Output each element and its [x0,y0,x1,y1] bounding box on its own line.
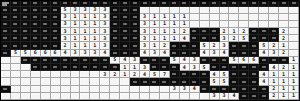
revealed-number-tile[interactable]: 4 [190,86,200,93]
revealed-blank-tile[interactable] [51,86,61,93]
closed-tile[interactable] [90,64,100,71]
revealed-number-tile[interactable]: 4 [259,78,269,85]
closed-tile[interactable] [51,42,61,49]
closed-tile[interactable] [120,50,130,57]
revealed-blank-tile[interactable] [1,78,11,85]
revealed-blank-tile[interactable] [90,93,100,100]
revealed-number-tile[interactable]: 3 [140,28,150,35]
revealed-blank-tile[interactable] [200,93,210,100]
closed-tile[interactable] [41,42,51,49]
revealed-number-tile[interactable]: 1 [289,64,299,71]
closed-tile[interactable] [31,64,41,71]
closed-tile[interactable] [51,14,61,21]
closed-tile[interactable] [210,57,220,64]
revealed-number-tile[interactable]: 6 [249,57,259,64]
closed-tile[interactable] [190,78,200,85]
revealed-blank-tile[interactable] [61,78,71,85]
closed-tile[interactable] [41,28,51,35]
revealed-number-tile[interactable]: 2 [229,35,239,42]
revealed-blank-tile[interactable] [51,78,61,85]
revealed-number-tile[interactable]: 4 [180,64,190,71]
closed-tile[interactable] [21,28,31,35]
revealed-number-tile[interactable]: 3 [140,42,150,49]
revealed-blank-tile[interactable] [21,64,31,71]
revealed-number-tile[interactable]: 3 [269,50,279,57]
revealed-blank-tile[interactable] [80,78,90,85]
revealed-blank-tile[interactable] [229,14,239,21]
closed-tile[interactable] [200,35,210,42]
revealed-blank-tile[interactable] [100,93,110,100]
closed-tile[interactable] [170,71,180,78]
closed-tile[interactable] [120,14,130,21]
closed-tile[interactable] [150,78,160,85]
revealed-blank-tile[interactable] [180,7,190,14]
revealed-number-tile[interactable]: 3 [210,50,220,57]
revealed-number-tile[interactable]: 5 [239,35,249,42]
closed-tile[interactable] [130,35,140,42]
revealed-blank-tile[interactable] [130,93,140,100]
revealed-blank-tile[interactable] [31,93,41,100]
revealed-number-tile[interactable]: 5 [11,50,21,57]
revealed-number-tile[interactable]: 4 [100,50,110,57]
revealed-blank-tile[interactable] [200,7,210,14]
revealed-blank-tile[interactable] [289,50,299,57]
closed-tile[interactable] [41,64,51,71]
revealed-blank-tile[interactable] [71,78,81,85]
revealed-number-tile[interactable]: 1 [71,14,81,21]
closed-tile[interactable] [21,7,31,14]
revealed-number-tile[interactable]: 5 [21,50,31,57]
revealed-blank-tile[interactable] [21,93,31,100]
closed-tile[interactable] [21,21,31,28]
revealed-number-tile[interactable]: 1 [90,14,100,21]
revealed-blank-tile[interactable] [200,14,210,21]
closed-tile[interactable] [180,78,190,85]
revealed-number-tile[interactable]: 2 [279,64,289,71]
revealed-number-tile[interactable]: 3 [130,57,140,64]
closed-tile[interactable] [110,50,120,57]
closed-tile[interactable] [210,86,220,93]
closed-tile[interactable] [51,28,61,35]
revealed-blank-tile[interactable] [249,7,259,14]
revealed-number-tile[interactable]: 3 [140,21,150,28]
revealed-number-tile[interactable]: 1 [130,64,140,71]
revealed-blank-tile[interactable] [41,93,51,100]
revealed-number-tile[interactable]: 3 [210,93,220,100]
revealed-blank-tile[interactable] [120,93,130,100]
closed-tile[interactable] [269,35,279,42]
closed-tile[interactable] [130,14,140,21]
closed-tile[interactable] [239,64,249,71]
revealed-blank-tile[interactable] [61,86,71,93]
revealed-blank-tile[interactable] [180,93,190,100]
closed-tile[interactable] [21,42,31,49]
revealed-number-tile[interactable]: 1 [279,78,289,85]
closed-tile[interactable] [229,78,239,85]
closed-tile[interactable] [1,35,11,42]
closed-tile[interactable] [249,64,259,71]
closed-tile[interactable] [249,35,259,42]
revealed-number-tile[interactable]: 5 [61,7,71,14]
revealed-blank-tile[interactable] [100,86,110,93]
revealed-blank-tile[interactable] [11,57,21,64]
closed-tile[interactable] [160,57,170,64]
revealed-blank-tile[interactable] [269,14,279,21]
revealed-number-tile[interactable]: 3 [71,50,81,57]
closed-tile[interactable] [269,28,279,35]
revealed-number-tile[interactable]: 4 [140,71,150,78]
closed-tile[interactable] [210,28,220,35]
revealed-blank-tile[interactable] [110,86,120,93]
revealed-number-tile[interactable]: 1 [269,78,279,85]
closed-tile[interactable] [229,86,239,93]
revealed-blank-tile[interactable] [31,78,41,85]
closed-tile[interactable] [170,78,180,85]
closed-tile[interactable] [160,64,170,71]
revealed-blank-tile[interactable] [150,86,160,93]
revealed-blank-tile[interactable] [289,42,299,49]
revealed-blank-tile[interactable] [289,14,299,21]
revealed-number-tile[interactable]: 4 [140,50,150,57]
closed-tile[interactable] [110,21,120,28]
closed-tile[interactable] [249,93,259,100]
closed-tile[interactable] [11,7,21,14]
revealed-blank-tile[interactable] [61,71,71,78]
revealed-blank-tile[interactable] [249,21,259,28]
revealed-number-tile[interactable]: 3 [90,7,100,14]
revealed-number-tile[interactable]: 1 [90,35,100,42]
revealed-number-tile[interactable]: 4 [259,71,269,78]
revealed-number-tile[interactable]: 5 [150,71,160,78]
revealed-number-tile[interactable]: 1 [269,71,279,78]
closed-tile[interactable] [239,93,249,100]
revealed-number-tile[interactable]: 1 [279,71,289,78]
closed-tile[interactable] [21,35,31,42]
closed-tile[interactable] [279,57,289,64]
revealed-blank-tile[interactable] [71,71,81,78]
revealed-number-tile[interactable]: 1 [279,42,289,49]
revealed-blank-tile[interactable] [220,7,230,14]
closed-tile[interactable] [170,64,180,71]
closed-tile[interactable] [150,64,160,71]
revealed-number-tile[interactable]: 3 [100,14,110,21]
closed-tile[interactable] [100,57,110,64]
revealed-blank-tile[interactable] [239,21,249,28]
revealed-blank-tile[interactable] [249,14,259,21]
closed-tile[interactable] [200,71,210,78]
closed-tile[interactable] [110,7,120,14]
revealed-blank-tile[interactable] [289,7,299,14]
revealed-number-tile[interactable]: 1 [160,21,170,28]
closed-tile[interactable] [170,42,180,49]
closed-tile[interactable] [1,14,11,21]
closed-tile[interactable] [180,50,190,57]
revealed-blank-tile[interactable] [130,86,140,93]
revealed-number-tile[interactable]: 3 [100,21,110,28]
revealed-number-tile[interactable]: 1 [289,78,299,85]
closed-tile[interactable] [110,35,120,42]
revealed-blank-tile[interactable] [190,7,200,14]
revealed-number-tile[interactable]: 4 [61,50,71,57]
revealed-blank-tile[interactable] [41,71,51,78]
revealed-blank-tile[interactable] [31,71,41,78]
revealed-number-tile[interactable]: 1 [80,42,90,49]
revealed-number-tile[interactable]: 1 [71,35,81,42]
closed-tile[interactable] [259,35,269,42]
revealed-blank-tile[interactable] [210,7,220,14]
revealed-number-tile[interactable]: 2 [269,86,279,93]
closed-tile[interactable] [110,64,120,71]
revealed-number-tile[interactable]: 4 [229,93,239,100]
closed-tile[interactable] [51,21,61,28]
revealed-blank-tile[interactable] [41,78,51,85]
revealed-blank-tile[interactable] [190,93,200,100]
closed-tile[interactable] [210,64,220,71]
revealed-number-tile[interactable]: 3 [100,7,110,14]
revealed-number-tile[interactable]: 6 [31,50,41,57]
closed-tile[interactable] [120,28,130,35]
revealed-blank-tile[interactable] [31,86,41,93]
closed-tile[interactable] [259,57,269,64]
revealed-number-tile[interactable]: 1 [150,35,160,42]
closed-tile[interactable] [239,86,249,93]
closed-tile[interactable] [1,7,11,14]
revealed-number-tile[interactable]: 1 [150,28,160,35]
closed-tile[interactable] [11,21,21,28]
revealed-blank-tile[interactable] [239,7,249,14]
closed-tile[interactable] [200,78,210,85]
closed-tile[interactable] [51,57,61,64]
closed-tile[interactable] [11,28,21,35]
revealed-blank-tile[interactable] [170,93,180,100]
revealed-number-tile[interactable]: 1 [90,28,100,35]
closed-tile[interactable] [61,57,71,64]
closed-tile[interactable] [180,71,190,78]
revealed-blank-tile[interactable] [259,7,269,14]
revealed-number-tile[interactable]: 2 [269,42,279,49]
revealed-number-tile[interactable]: 5 [229,57,239,64]
revealed-number-tile[interactable]: 1 [229,28,239,35]
closed-tile[interactable] [31,35,41,42]
revealed-blank-tile[interactable] [51,93,61,100]
closed-tile[interactable] [220,86,230,93]
revealed-blank-tile[interactable] [90,86,100,93]
revealed-number-tile[interactable]: 1 [150,42,160,49]
revealed-blank-tile[interactable] [71,86,81,93]
closed-tile[interactable] [120,7,130,14]
closed-tile[interactable] [11,14,21,21]
revealed-blank-tile[interactable] [200,21,210,28]
revealed-blank-tile[interactable] [160,93,170,100]
revealed-blank-tile[interactable] [289,28,299,35]
closed-tile[interactable] [1,50,11,57]
revealed-number-tile[interactable]: 3 [100,35,110,42]
closed-tile[interactable] [80,64,90,71]
revealed-blank-tile[interactable] [110,93,120,100]
closed-tile[interactable] [11,42,21,49]
closed-tile[interactable] [110,42,120,49]
revealed-blank-tile[interactable] [120,78,130,85]
revealed-blank-tile[interactable] [170,7,180,14]
revealed-number-tile[interactable]: 3 [100,28,110,35]
revealed-number-tile[interactable]: 2 [279,50,289,57]
closed-tile[interactable] [1,86,11,93]
revealed-blank-tile[interactable] [259,21,269,28]
closed-tile[interactable] [200,86,210,93]
closed-tile[interactable] [170,50,180,57]
closed-tile[interactable] [190,42,200,49]
revealed-blank-tile[interactable] [220,21,230,28]
revealed-number-tile[interactable]: 1 [160,28,170,35]
revealed-number-tile[interactable]: 1 [180,14,190,21]
closed-tile[interactable] [41,57,51,64]
revealed-number-tile[interactable]: 5 [259,42,269,49]
closed-tile[interactable] [190,28,200,35]
revealed-number-tile[interactable]: 6 [51,50,61,57]
revealed-number-tile[interactable]: 1 [289,71,299,78]
revealed-blank-tile[interactable] [110,78,120,85]
closed-tile[interactable] [51,7,61,14]
closed-tile[interactable] [140,57,150,64]
revealed-number-tile[interactable]: 2 [220,28,230,35]
closed-tile[interactable] [150,57,160,64]
revealed-number-tile[interactable]: 3 [71,7,81,14]
revealed-blank-tile[interactable] [11,71,21,78]
closed-tile[interactable] [41,7,51,14]
closed-tile[interactable] [140,78,150,85]
closed-tile[interactable] [180,42,190,49]
revealed-number-tile[interactable]: 3 [80,50,90,57]
closed-tile[interactable] [61,64,71,71]
revealed-number-tile[interactable]: 4 [220,50,230,57]
closed-tile[interactable] [41,14,51,21]
closed-tile[interactable] [220,64,230,71]
revealed-number-tile[interactable]: 1 [279,93,289,100]
revealed-number-tile[interactable]: 4 [160,50,170,57]
closed-tile[interactable] [239,78,249,85]
revealed-blank-tile[interactable] [1,64,11,71]
revealed-number-tile[interactable]: 3 [61,14,71,21]
revealed-blank-tile[interactable] [11,93,21,100]
revealed-number-tile[interactable]: 5 [220,78,230,85]
closed-tile[interactable] [229,64,239,71]
revealed-number-tile[interactable]: 1 [170,35,180,42]
revealed-blank-tile[interactable] [239,14,249,21]
closed-tile[interactable] [1,42,11,49]
revealed-number-tile[interactable]: 1 [170,14,180,21]
revealed-number-tile[interactable]: 3 [80,7,90,14]
closed-tile[interactable] [130,78,140,85]
revealed-blank-tile[interactable] [1,93,11,100]
revealed-number-tile[interactable]: 1 [160,14,170,21]
closed-tile[interactable] [31,57,41,64]
closed-tile[interactable] [51,64,61,71]
revealed-blank-tile[interactable] [11,78,21,85]
revealed-blank-tile[interactable] [100,78,110,85]
closed-tile[interactable] [110,14,120,21]
revealed-blank-tile[interactable] [140,86,150,93]
closed-tile[interactable] [31,14,41,21]
revealed-number-tile[interactable]: 1 [289,57,299,64]
revealed-number-tile[interactable]: 5 [200,42,210,49]
closed-tile[interactable] [249,71,259,78]
revealed-number-tile[interactable]: 3 [61,35,71,42]
revealed-number-tile[interactable]: 2 [61,42,71,49]
revealed-blank-tile[interactable] [210,21,220,28]
revealed-number-tile[interactable]: 6 [41,50,51,57]
revealed-number-tile[interactable]: 3 [190,57,200,64]
revealed-number-tile[interactable]: 1 [279,86,289,93]
closed-tile[interactable] [41,21,51,28]
revealed-number-tile[interactable]: 3 [150,50,160,57]
closed-tile[interactable] [80,57,90,64]
revealed-blank-tile[interactable] [269,7,279,14]
revealed-blank-tile[interactable] [21,86,31,93]
closed-tile[interactable] [160,78,170,85]
revealed-number-tile[interactable]: 4 [180,35,190,42]
revealed-number-tile[interactable]: 1 [150,21,160,28]
closed-tile[interactable] [100,64,110,71]
closed-tile[interactable] [31,28,41,35]
revealed-number-tile[interactable]: 3 [180,86,190,93]
revealed-number-tile[interactable]: 5 [110,57,120,64]
revealed-number-tile[interactable]: 3 [170,86,180,93]
closed-tile[interactable] [200,57,210,64]
revealed-blank-tile[interactable] [160,86,170,93]
closed-tile[interactable] [249,86,259,93]
revealed-number-tile[interactable]: 1 [71,21,81,28]
closed-tile[interactable] [239,50,249,57]
closed-tile[interactable] [130,21,140,28]
revealed-number-tile[interactable]: 3 [220,35,230,42]
revealed-number-tile[interactable]: 1 [180,21,190,28]
revealed-number-tile[interactable]: 3 [190,64,200,71]
revealed-blank-tile[interactable] [51,71,61,78]
closed-tile[interactable] [190,50,200,57]
revealed-blank-tile[interactable] [190,14,200,21]
closed-tile[interactable] [229,50,239,57]
revealed-number-tile[interactable]: 6 [239,57,249,64]
revealed-number-tile[interactable]: 1 [160,35,170,42]
revealed-number-tile[interactable]: 4 [200,50,210,57]
revealed-number-tile[interactable]: 3 [100,42,110,49]
revealed-blank-tile[interactable] [160,7,170,14]
closed-tile[interactable] [31,21,41,28]
revealed-blank-tile[interactable] [120,86,130,93]
revealed-number-tile[interactable]: 4 [180,57,190,64]
revealed-number-tile[interactable]: 3 [140,14,150,21]
closed-tile[interactable] [229,42,239,49]
revealed-blank-tile[interactable] [80,86,90,93]
revealed-number-tile[interactable]: 1 [150,14,160,21]
revealed-blank-tile[interactable] [259,14,269,21]
revealed-number-tile[interactable]: 1 [90,42,100,49]
revealed-number-tile[interactable]: 2 [180,28,190,35]
revealed-number-tile[interactable]: 1 [120,71,130,78]
revealed-number-tile[interactable]: 1 [120,64,130,71]
closed-tile[interactable] [120,35,130,42]
revealed-number-tile[interactable]: 2 [239,28,249,35]
revealed-number-tile[interactable]: 1 [170,28,180,35]
closed-tile[interactable] [130,7,140,14]
revealed-number-tile[interactable]: 3 [220,42,230,49]
revealed-number-tile[interactable]: 4 [269,64,279,71]
revealed-number-tile[interactable]: 3 [100,71,110,78]
closed-tile[interactable] [220,57,230,64]
closed-tile[interactable] [190,35,200,42]
revealed-blank-tile[interactable] [229,7,239,14]
revealed-blank-tile[interactable] [279,14,289,21]
